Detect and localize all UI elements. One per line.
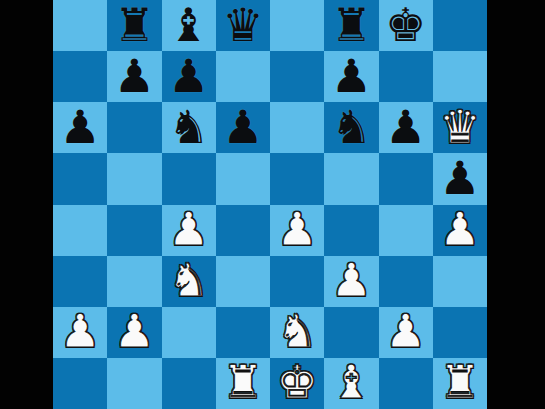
black-knight[interactable]: ♞ [162, 102, 216, 153]
square-e3[interactable] [270, 256, 324, 307]
square-d2[interactable] [216, 307, 270, 358]
square-g3[interactable] [379, 256, 433, 307]
square-d5[interactable] [216, 153, 270, 204]
square-c8[interactable]: ♝ [162, 0, 216, 51]
square-g8[interactable]: ♚ [379, 0, 433, 51]
square-b5[interactable] [107, 153, 161, 204]
square-b3[interactable] [107, 256, 161, 307]
square-h5[interactable]: ♟ [433, 153, 487, 204]
square-f4[interactable] [324, 205, 378, 256]
square-g7[interactable] [379, 51, 433, 102]
letterbox-right [487, 0, 545, 409]
square-a8[interactable] [53, 0, 107, 51]
black-pawn[interactable]: ♟ [107, 51, 161, 102]
white-knight[interactable]: ♞ [162, 256, 216, 307]
square-f8[interactable]: ♜ [324, 0, 378, 51]
square-g4[interactable] [379, 205, 433, 256]
white-pawn[interactable]: ♟ [53, 307, 107, 358]
white-knight[interactable]: ♞ [270, 307, 324, 358]
square-c7[interactable]: ♟ [162, 51, 216, 102]
square-f7[interactable]: ♟ [324, 51, 378, 102]
white-rook[interactable]: ♜ [216, 358, 270, 409]
black-pawn[interactable]: ♟ [216, 102, 270, 153]
black-bishop[interactable]: ♝ [162, 0, 216, 51]
square-a4[interactable] [53, 205, 107, 256]
square-a3[interactable] [53, 256, 107, 307]
square-e2[interactable]: ♞ [270, 307, 324, 358]
black-knight[interactable]: ♞ [324, 102, 378, 153]
square-h4[interactable]: ♟ [433, 205, 487, 256]
white-pawn[interactable]: ♟ [379, 307, 433, 358]
square-h6[interactable]: ♛ [433, 102, 487, 153]
square-f5[interactable] [324, 153, 378, 204]
chess-board: ♜♝♛♜♚♟♟♟♟♞♟♞♟♛♟♟♟♟♞♟♟♟♞♟♜♚♝♜ [53, 0, 487, 409]
white-pawn[interactable]: ♟ [324, 256, 378, 307]
black-pawn[interactable]: ♟ [53, 102, 107, 153]
white-queen[interactable]: ♛ [433, 102, 487, 153]
square-a1[interactable] [53, 358, 107, 409]
square-h8[interactable] [433, 0, 487, 51]
white-pawn[interactable]: ♟ [162, 205, 216, 256]
square-b7[interactable]: ♟ [107, 51, 161, 102]
video-frame: ♜♝♛♜♚♟♟♟♟♞♟♞♟♛♟♟♟♟♞♟♟♟♞♟♜♚♝♜ [0, 0, 545, 409]
square-h7[interactable] [433, 51, 487, 102]
square-g1[interactable] [379, 358, 433, 409]
white-bishop[interactable]: ♝ [324, 358, 378, 409]
square-d1[interactable]: ♜ [216, 358, 270, 409]
white-pawn[interactable]: ♟ [107, 307, 161, 358]
square-d3[interactable] [216, 256, 270, 307]
square-b4[interactable] [107, 205, 161, 256]
square-e5[interactable] [270, 153, 324, 204]
black-pawn[interactable]: ♟ [162, 51, 216, 102]
black-pawn[interactable]: ♟ [433, 153, 487, 204]
square-g5[interactable] [379, 153, 433, 204]
square-c6[interactable]: ♞ [162, 102, 216, 153]
square-h3[interactable] [433, 256, 487, 307]
square-e8[interactable] [270, 0, 324, 51]
square-d7[interactable] [216, 51, 270, 102]
square-e1[interactable]: ♚ [270, 358, 324, 409]
square-c3[interactable]: ♞ [162, 256, 216, 307]
black-rook[interactable]: ♜ [324, 0, 378, 51]
black-pawn[interactable]: ♟ [324, 51, 378, 102]
square-c2[interactable] [162, 307, 216, 358]
square-f2[interactable] [324, 307, 378, 358]
square-c1[interactable] [162, 358, 216, 409]
square-c4[interactable]: ♟ [162, 205, 216, 256]
square-e7[interactable] [270, 51, 324, 102]
square-f3[interactable]: ♟ [324, 256, 378, 307]
square-d6[interactable]: ♟ [216, 102, 270, 153]
black-pawn[interactable]: ♟ [379, 102, 433, 153]
black-king[interactable]: ♚ [379, 0, 433, 51]
black-queen[interactable]: ♛ [216, 0, 270, 51]
square-e4[interactable]: ♟ [270, 205, 324, 256]
square-a7[interactable] [53, 51, 107, 102]
white-rook[interactable]: ♜ [433, 358, 487, 409]
square-a5[interactable] [53, 153, 107, 204]
square-b8[interactable]: ♜ [107, 0, 161, 51]
square-b2[interactable]: ♟ [107, 307, 161, 358]
square-g6[interactable]: ♟ [379, 102, 433, 153]
white-pawn[interactable]: ♟ [433, 205, 487, 256]
square-e6[interactable] [270, 102, 324, 153]
letterbox-left [0, 0, 53, 409]
square-d4[interactable] [216, 205, 270, 256]
square-a2[interactable]: ♟ [53, 307, 107, 358]
white-king[interactable]: ♚ [270, 358, 324, 409]
black-rook[interactable]: ♜ [107, 0, 161, 51]
square-f6[interactable]: ♞ [324, 102, 378, 153]
square-g2[interactable]: ♟ [379, 307, 433, 358]
square-d8[interactable]: ♛ [216, 0, 270, 51]
square-h1[interactable]: ♜ [433, 358, 487, 409]
square-b1[interactable] [107, 358, 161, 409]
square-b6[interactable] [107, 102, 161, 153]
square-h2[interactable] [433, 307, 487, 358]
white-pawn[interactable]: ♟ [270, 205, 324, 256]
square-f1[interactable]: ♝ [324, 358, 378, 409]
square-c5[interactable] [162, 153, 216, 204]
square-a6[interactable]: ♟ [53, 102, 107, 153]
